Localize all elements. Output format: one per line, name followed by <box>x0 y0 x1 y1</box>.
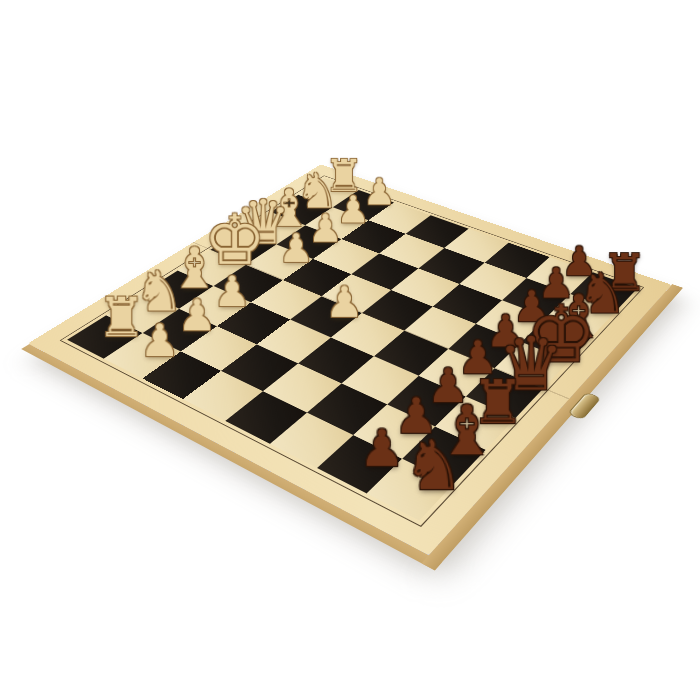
photo-scene: ♜♞♝♚♛♝♞♜♟♟♟♟♟♟♟♟♟♟♟♟♟♟♟♟♞♝♜♛♚♝♞♜ <box>0 0 700 700</box>
white-pawn-h2[interactable]: ♟ <box>133 319 187 364</box>
white-pawn-d2[interactable]: ♟ <box>272 229 320 269</box>
black-knight-h8[interactable]: ♞ <box>402 432 465 500</box>
board-grid: ♜♞♝♚♛♝♞♜♟♟♟♟♟♟♟♟♟♟♟♟♟♟♟♟♞♝♜♛♚♝♞♜ <box>67 178 638 520</box>
chess-board: ♜♞♝♚♛♝♞♜♟♟♟♟♟♟♟♟♟♟♟♟♟♟♟♟♞♝♜♛♚♝♞♜ <box>28 164 671 555</box>
white-pawn-e4[interactable]: ♟ <box>318 281 370 324</box>
